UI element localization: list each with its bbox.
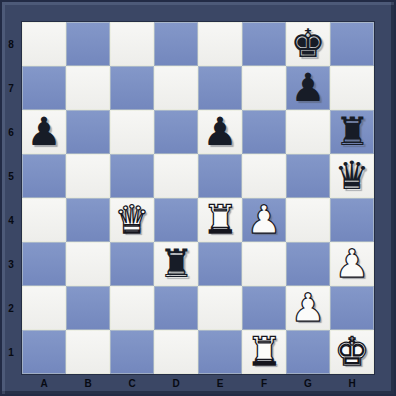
- square-a7[interactable]: [22, 66, 66, 110]
- piece-black-pawn[interactable]: ♟: [198, 110, 242, 154]
- square-a5[interactable]: [22, 154, 66, 198]
- square-h2[interactable]: [330, 286, 374, 330]
- square-d8[interactable]: [154, 22, 198, 66]
- square-h8[interactable]: [330, 22, 374, 66]
- square-a3[interactable]: [22, 242, 66, 286]
- square-e4[interactable]: ♜: [198, 198, 242, 242]
- piece-white-king[interactable]: ♚: [330, 330, 374, 374]
- square-e8[interactable]: [198, 22, 242, 66]
- square-f6[interactable]: [242, 110, 286, 154]
- square-a6[interactable]: ♟: [22, 110, 66, 154]
- piece-black-pawn[interactable]: ♟: [286, 66, 330, 110]
- piece-white-pawn[interactable]: ♟: [286, 286, 330, 330]
- square-c7[interactable]: [110, 66, 154, 110]
- square-a4[interactable]: [22, 198, 66, 242]
- piece-white-pawn[interactable]: ♟: [330, 242, 374, 286]
- file-label-d: D: [154, 374, 198, 396]
- piece-white-rook[interactable]: ♜: [242, 330, 286, 374]
- square-h1[interactable]: ♚: [330, 330, 374, 374]
- square-b3[interactable]: [66, 242, 110, 286]
- square-e5[interactable]: [198, 154, 242, 198]
- rank-label-6: 6: [0, 110, 22, 154]
- square-e7[interactable]: [198, 66, 242, 110]
- square-b8[interactable]: [66, 22, 110, 66]
- square-h5[interactable]: ♛: [330, 154, 374, 198]
- square-g2[interactable]: ♟: [286, 286, 330, 330]
- square-a2[interactable]: [22, 286, 66, 330]
- square-e3[interactable]: [198, 242, 242, 286]
- piece-black-queen[interactable]: ♛: [330, 154, 374, 198]
- square-b2[interactable]: [66, 286, 110, 330]
- square-c5[interactable]: [110, 154, 154, 198]
- file-label-b: B: [66, 374, 110, 396]
- rank-label-2: 2: [0, 286, 22, 330]
- rank-label-8: 8: [0, 22, 22, 66]
- square-d4[interactable]: [154, 198, 198, 242]
- square-c6[interactable]: [110, 110, 154, 154]
- rank-labels: 87654321: [0, 22, 22, 374]
- square-c3[interactable]: [110, 242, 154, 286]
- file-label-f: F: [242, 374, 286, 396]
- file-label-e: E: [198, 374, 242, 396]
- square-g7[interactable]: ♟: [286, 66, 330, 110]
- square-f3[interactable]: [242, 242, 286, 286]
- rank-label-5: 5: [0, 154, 22, 198]
- file-label-h: H: [330, 374, 374, 396]
- square-g8[interactable]: ♚: [286, 22, 330, 66]
- square-f7[interactable]: [242, 66, 286, 110]
- square-h4[interactable]: [330, 198, 374, 242]
- square-g6[interactable]: [286, 110, 330, 154]
- square-e6[interactable]: ♟: [198, 110, 242, 154]
- square-e2[interactable]: [198, 286, 242, 330]
- square-b4[interactable]: [66, 198, 110, 242]
- square-b7[interactable]: [66, 66, 110, 110]
- piece-white-pawn[interactable]: ♟: [242, 198, 286, 242]
- file-label-a: A: [22, 374, 66, 396]
- file-label-g: G: [286, 374, 330, 396]
- square-g1[interactable]: [286, 330, 330, 374]
- square-e1[interactable]: [198, 330, 242, 374]
- square-f5[interactable]: [242, 154, 286, 198]
- square-d6[interactable]: [154, 110, 198, 154]
- file-label-c: C: [110, 374, 154, 396]
- piece-white-rook[interactable]: ♜: [198, 198, 242, 242]
- square-f4[interactable]: ♟: [242, 198, 286, 242]
- file-labels: ABCDEFGH: [22, 374, 374, 396]
- square-f8[interactable]: [242, 22, 286, 66]
- piece-black-pawn[interactable]: ♟: [22, 110, 66, 154]
- square-h3[interactable]: ♟: [330, 242, 374, 286]
- square-b5[interactable]: [66, 154, 110, 198]
- square-d7[interactable]: [154, 66, 198, 110]
- square-f1[interactable]: ♜: [242, 330, 286, 374]
- piece-black-king[interactable]: ♚: [286, 22, 330, 66]
- square-f2[interactable]: [242, 286, 286, 330]
- square-d5[interactable]: [154, 154, 198, 198]
- square-h6[interactable]: ♜: [330, 110, 374, 154]
- square-b6[interactable]: [66, 110, 110, 154]
- square-d3[interactable]: ♜: [154, 242, 198, 286]
- rank-label-7: 7: [0, 66, 22, 110]
- square-a1[interactable]: [22, 330, 66, 374]
- piece-white-queen[interactable]: ♛: [110, 198, 154, 242]
- square-h7[interactable]: [330, 66, 374, 110]
- square-d1[interactable]: [154, 330, 198, 374]
- chess-board-frame: 87654321 ABCDEFGH ♚♟♟♟♜♛♛♜♟♜♟♟♜♚: [0, 0, 396, 396]
- square-d2[interactable]: [154, 286, 198, 330]
- rank-label-1: 1: [0, 330, 22, 374]
- piece-black-rook[interactable]: ♜: [330, 110, 374, 154]
- square-g5[interactable]: [286, 154, 330, 198]
- square-c2[interactable]: [110, 286, 154, 330]
- square-g3[interactable]: [286, 242, 330, 286]
- piece-black-rook[interactable]: ♜: [154, 242, 198, 286]
- square-a8[interactable]: [22, 22, 66, 66]
- chess-board: ♚♟♟♟♜♛♛♜♟♜♟♟♜♚: [22, 22, 374, 374]
- rank-label-4: 4: [0, 198, 22, 242]
- square-c1[interactable]: [110, 330, 154, 374]
- square-c4[interactable]: ♛: [110, 198, 154, 242]
- rank-label-3: 3: [0, 242, 22, 286]
- square-b1[interactable]: [66, 330, 110, 374]
- square-c8[interactable]: [110, 22, 154, 66]
- square-g4[interactable]: [286, 198, 330, 242]
